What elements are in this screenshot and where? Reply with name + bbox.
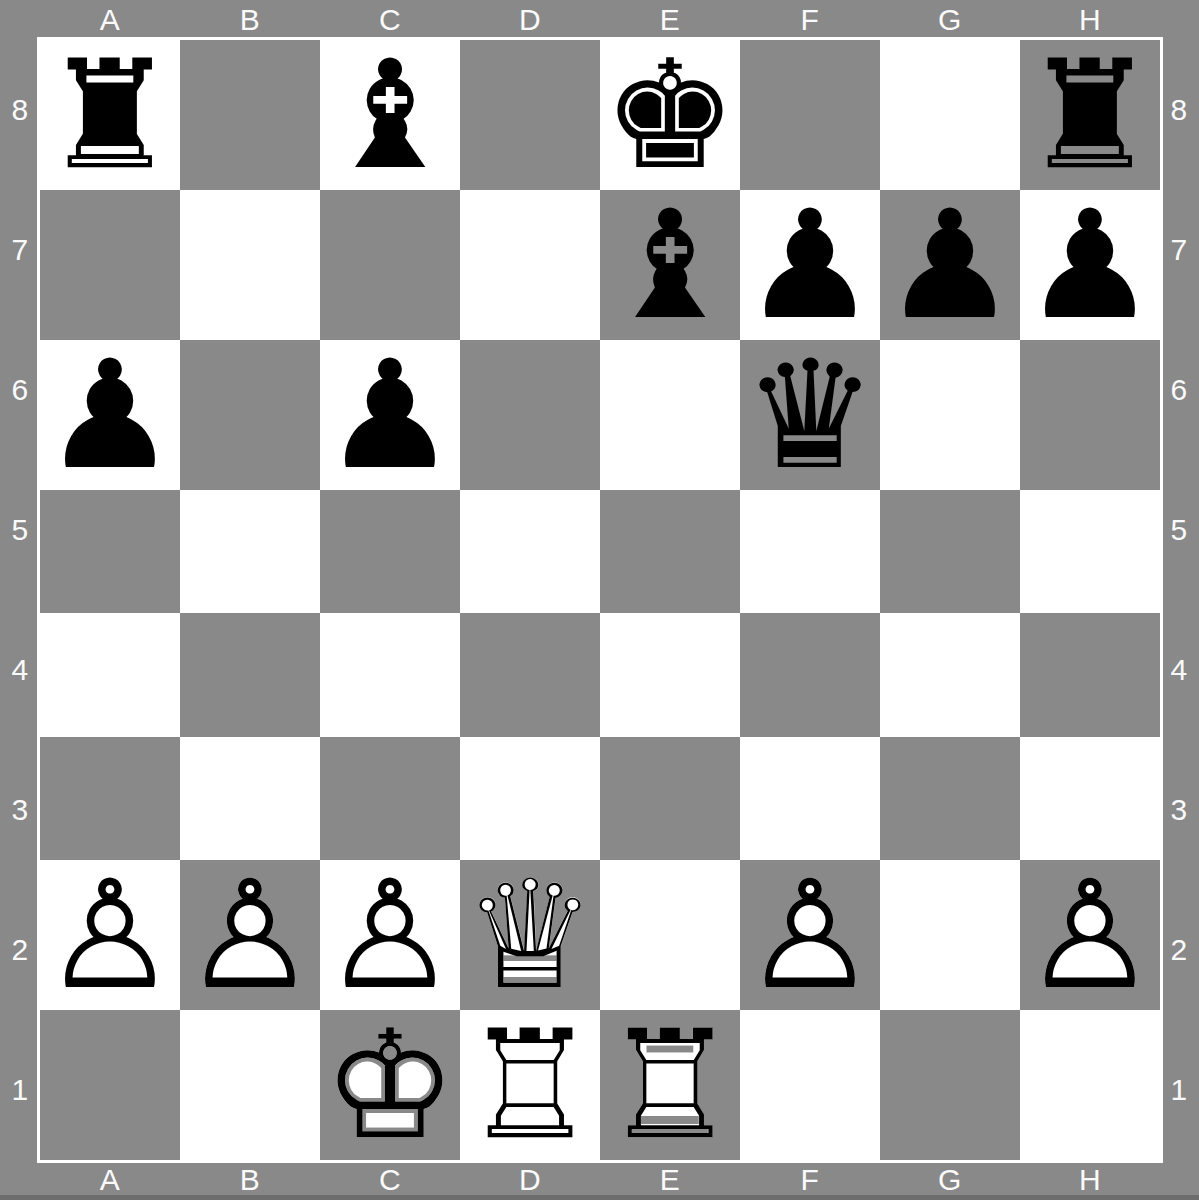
black-pawn-icon: ♟ <box>43 340 177 490</box>
black-pawn-icon: ♟ <box>1023 190 1157 340</box>
square-g6[interactable] <box>880 340 1020 490</box>
black-pawn-icon: ♟ <box>743 190 877 340</box>
square-h5[interactable] <box>1020 490 1160 613</box>
piece-white-pawn[interactable]: ♟♙ <box>1023 860 1157 1010</box>
square-h1[interactable] <box>1020 1010 1160 1160</box>
file-label-h-bottom: H <box>1020 1160 1160 1200</box>
rank-label-1-left: 1 <box>0 1020 40 1160</box>
square-d3[interactable] <box>460 737 600 860</box>
file-label-b-top: B <box>180 0 320 40</box>
square-c8[interactable]: ♝ <box>320 40 460 190</box>
square-e2[interactable] <box>600 860 740 1010</box>
square-b7[interactable] <box>180 190 320 340</box>
square-b1[interactable] <box>180 1010 320 1160</box>
square-h7[interactable]: ♟ <box>1020 190 1160 340</box>
rank-label-2-left: 2 <box>0 880 40 1020</box>
piece-black-pawn[interactable]: ♟ <box>1023 190 1157 340</box>
piece-white-pawn[interactable]: ♟♙ <box>183 860 317 1010</box>
black-rook-icon: ♜ <box>1023 40 1157 190</box>
white-pawn-icon: ♙ <box>1023 860 1157 1010</box>
square-c7[interactable] <box>320 190 460 340</box>
black-rook-icon: ♜ <box>43 40 177 190</box>
piece-black-pawn[interactable]: ♟ <box>43 340 177 490</box>
square-e5[interactable] <box>600 490 740 613</box>
white-queen-icon: ♕ <box>463 860 597 1010</box>
square-e3[interactable] <box>600 737 740 860</box>
square-f2[interactable]: ♟♙ <box>740 860 880 1010</box>
rank-label-8-left: 8 <box>0 40 40 180</box>
square-h2[interactable]: ♟♙ <box>1020 860 1160 1010</box>
square-d1[interactable]: ♜♖ <box>460 1010 600 1160</box>
square-b6[interactable] <box>180 340 320 490</box>
square-b3[interactable] <box>180 737 320 860</box>
square-g7[interactable]: ♟ <box>880 190 1020 340</box>
white-pawn-icon: ♙ <box>323 860 457 1010</box>
square-b2[interactable]: ♟♙ <box>180 860 320 1010</box>
file-labels-bottom: ABCDEFGH <box>40 1160 1160 1200</box>
file-label-d-top: D <box>460 0 600 40</box>
rank-label-4-left: 4 <box>0 600 40 740</box>
square-g5[interactable] <box>880 490 1020 613</box>
bottom-edge-line <box>0 1195 1199 1200</box>
piece-black-king[interactable]: ♚ <box>603 40 737 190</box>
rank-labels-left: 87654321 <box>0 40 40 1160</box>
white-king-icon: ♔ <box>323 1010 457 1160</box>
file-label-f-bottom: F <box>740 1160 880 1200</box>
square-d7[interactable] <box>460 190 600 340</box>
rank-label-4-right: 4 <box>1159 600 1199 740</box>
rank-label-3-right: 3 <box>1159 740 1199 880</box>
piece-black-pawn[interactable]: ♟ <box>323 340 457 490</box>
white-rook-icon: ♖ <box>463 1010 597 1160</box>
square-h4[interactable] <box>1020 613 1160 736</box>
file-label-b-bottom: B <box>180 1160 320 1200</box>
square-c6[interactable]: ♟ <box>320 340 460 490</box>
rank-label-1-right: 1 <box>1159 1020 1199 1160</box>
piece-white-queen[interactable]: ♛♕ <box>463 860 597 1010</box>
rank-label-2-right: 2 <box>1159 880 1199 1020</box>
square-d2[interactable]: ♛♕ <box>460 860 600 1010</box>
rank-label-6-left: 6 <box>0 320 40 460</box>
square-c1[interactable]: ♚♔ <box>320 1010 460 1160</box>
rank-label-3-left: 3 <box>0 740 40 880</box>
rank-label-5-left: 5 <box>0 460 40 600</box>
piece-black-rook[interactable]: ♜ <box>43 40 177 190</box>
piece-white-pawn[interactable]: ♟♙ <box>43 860 177 1010</box>
square-a8[interactable]: ♜ <box>40 40 180 190</box>
white-pawn-icon: ♙ <box>43 860 177 1010</box>
chess-board: ♜♝♚♜♝♟♟♟♟♟♛♟♙♟♙♟♙♛♕♟♙♟♙♚♔♜♖♜♖ <box>40 40 1160 1160</box>
file-label-f-top: F <box>740 0 880 40</box>
piece-black-bishop[interactable]: ♝ <box>323 40 457 190</box>
piece-white-pawn[interactable]: ♟♙ <box>743 860 877 1010</box>
file-label-g-bottom: G <box>880 1160 1020 1200</box>
square-e1[interactable]: ♜♖ <box>600 1010 740 1160</box>
square-a3[interactable] <box>40 737 180 860</box>
piece-black-rook[interactable]: ♜ <box>1023 40 1157 190</box>
black-pawn-icon: ♟ <box>323 340 457 490</box>
black-queen-icon: ♛ <box>743 340 877 490</box>
file-label-a-bottom: A <box>40 1160 180 1200</box>
file-label-g-top: G <box>880 0 1020 40</box>
square-a5[interactable] <box>40 490 180 613</box>
square-f5[interactable] <box>740 490 880 613</box>
square-c5[interactable] <box>320 490 460 613</box>
square-h3[interactable] <box>1020 737 1160 860</box>
piece-black-pawn[interactable]: ♟ <box>883 190 1017 340</box>
black-king-icon: ♚ <box>603 40 737 190</box>
square-c2[interactable]: ♟♙ <box>320 860 460 1010</box>
square-g1[interactable] <box>880 1010 1020 1160</box>
piece-black-bishop[interactable]: ♝ <box>603 190 737 340</box>
white-pawn-icon: ♙ <box>743 860 877 1010</box>
black-pawn-icon: ♟ <box>883 190 1017 340</box>
piece-white-rook[interactable]: ♜♖ <box>463 1010 597 1160</box>
black-bishop-icon: ♝ <box>603 190 737 340</box>
square-c4[interactable] <box>320 613 460 736</box>
white-rook-icon: ♖ <box>603 1010 737 1160</box>
chessboard-frame: ABCDEFGH 87654321 87654321 ABCDEFGH ♜♝♚♜… <box>0 0 1199 1200</box>
square-b4[interactable] <box>180 613 320 736</box>
square-d5[interactable] <box>460 490 600 613</box>
square-a7[interactable] <box>40 190 180 340</box>
square-d6[interactable] <box>460 340 600 490</box>
square-c3[interactable] <box>320 737 460 860</box>
file-labels-top: ABCDEFGH <box>40 0 1160 40</box>
piece-black-pawn[interactable]: ♟ <box>743 190 877 340</box>
rank-label-6-right: 6 <box>1159 320 1199 460</box>
rank-label-7-right: 7 <box>1159 180 1199 320</box>
square-e4[interactable] <box>600 613 740 736</box>
square-f4[interactable] <box>740 613 880 736</box>
square-f7[interactable]: ♟ <box>740 190 880 340</box>
square-f8[interactable] <box>740 40 880 190</box>
square-b8[interactable] <box>180 40 320 190</box>
rank-label-8-right: 8 <box>1159 40 1199 180</box>
square-f1[interactable] <box>740 1010 880 1160</box>
square-e7[interactable]: ♝ <box>600 190 740 340</box>
square-g2[interactable] <box>880 860 1020 1010</box>
square-a1[interactable] <box>40 1010 180 1160</box>
square-h8[interactable]: ♜ <box>1020 40 1160 190</box>
square-g3[interactable] <box>880 737 1020 860</box>
square-f3[interactable] <box>740 737 880 860</box>
square-e8[interactable]: ♚ <box>600 40 740 190</box>
rank-labels-right: 87654321 <box>1159 40 1199 1160</box>
square-h6[interactable] <box>1020 340 1160 490</box>
square-d4[interactable] <box>460 613 600 736</box>
square-g4[interactable] <box>880 613 1020 736</box>
black-bishop-icon: ♝ <box>323 40 457 190</box>
piece-white-pawn[interactable]: ♟♙ <box>323 860 457 1010</box>
piece-black-queen[interactable]: ♛ <box>743 340 877 490</box>
square-d8[interactable] <box>460 40 600 190</box>
piece-white-rook[interactable]: ♜♖ <box>603 1010 737 1160</box>
square-e6[interactable] <box>600 340 740 490</box>
square-a4[interactable] <box>40 613 180 736</box>
rank-label-7-left: 7 <box>0 180 40 320</box>
square-f6[interactable]: ♛ <box>740 340 880 490</box>
piece-white-king[interactable]: ♚♔ <box>323 1010 457 1160</box>
square-a6[interactable]: ♟ <box>40 340 180 490</box>
square-g8[interactable] <box>880 40 1020 190</box>
white-pawn-icon: ♙ <box>183 860 317 1010</box>
square-a2[interactable]: ♟♙ <box>40 860 180 1010</box>
rank-label-5-right: 5 <box>1159 460 1199 600</box>
square-b5[interactable] <box>180 490 320 613</box>
